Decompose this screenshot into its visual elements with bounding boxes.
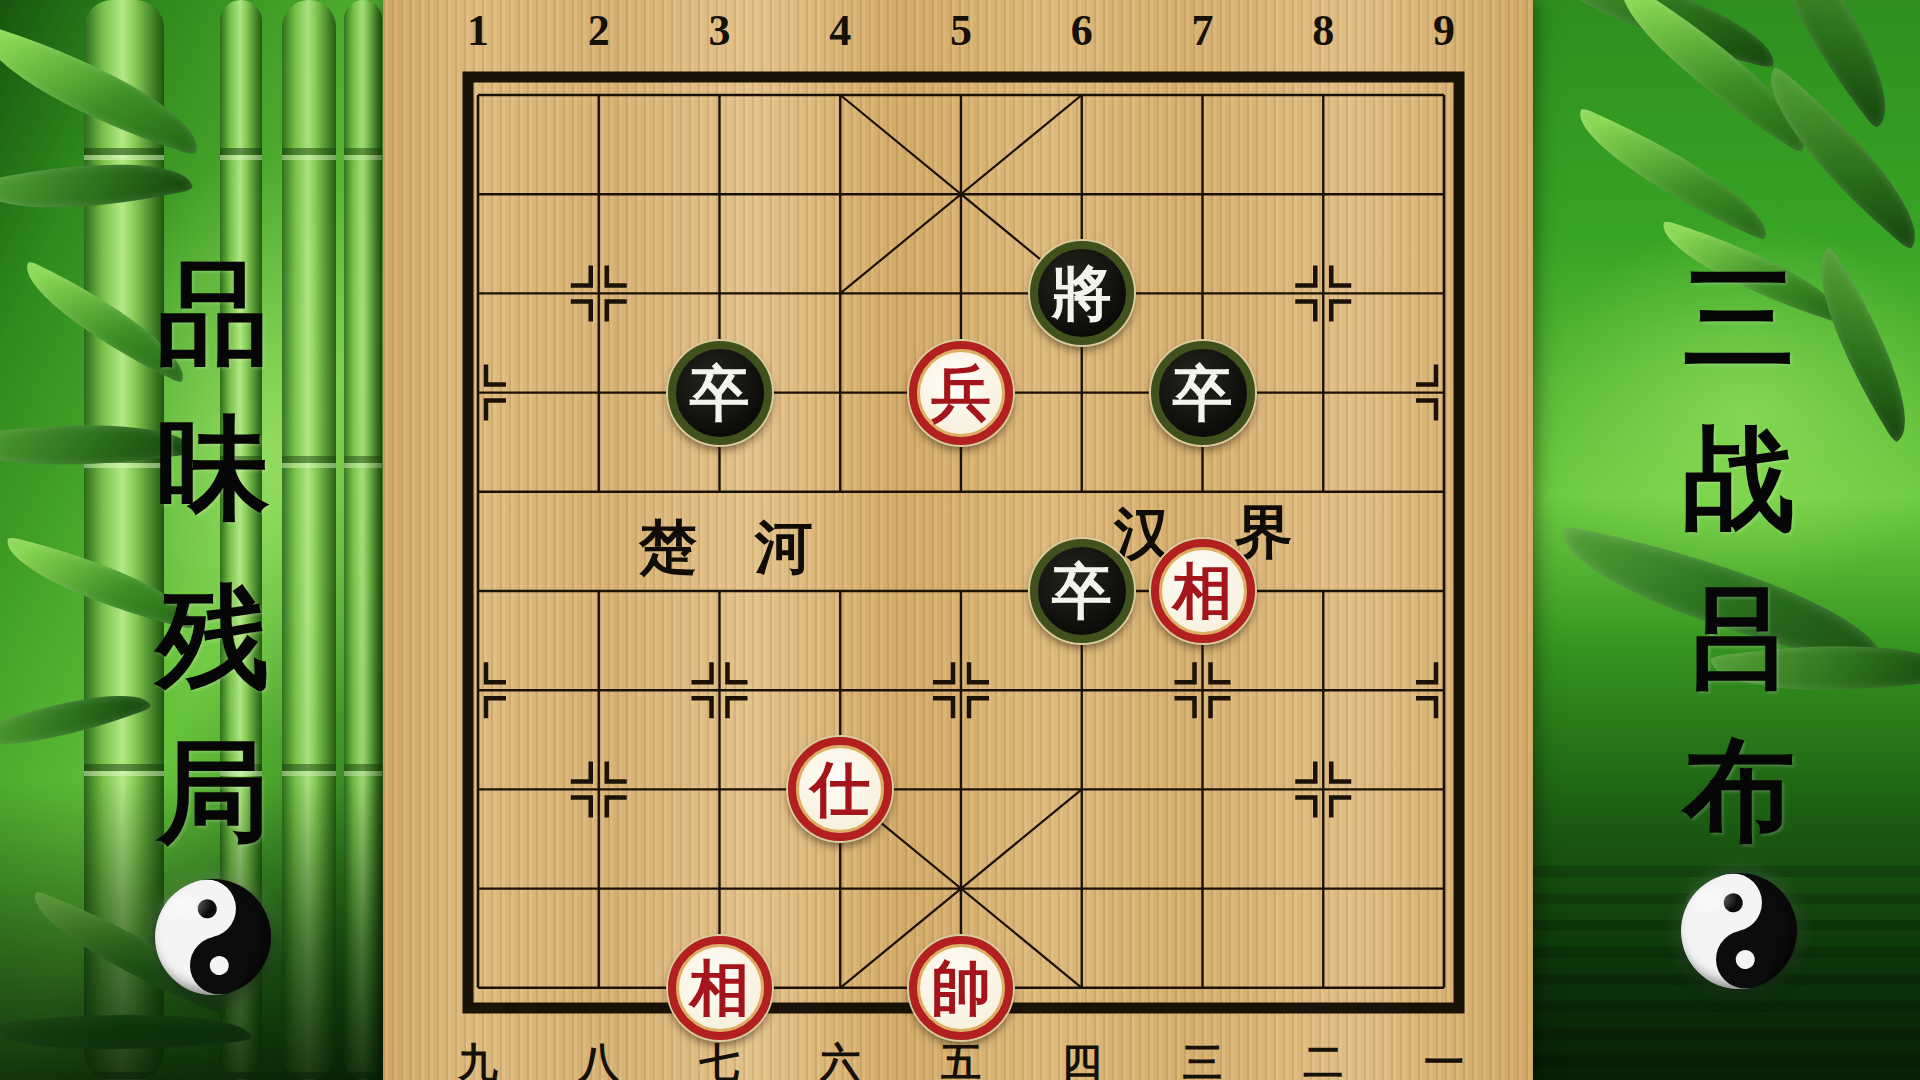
piece-red-advisor[interactable]: 仕 xyxy=(788,737,892,841)
position-marker xyxy=(486,698,506,718)
left-title-char: 味 xyxy=(157,412,269,524)
top-file-label: 3 xyxy=(709,5,731,56)
piece-glyph: 卒 xyxy=(690,363,750,423)
position-marker xyxy=(728,698,748,718)
top-file-label: 6 xyxy=(1071,5,1093,56)
position-marker xyxy=(692,662,712,682)
position-marker xyxy=(969,662,989,682)
bottom-file-label: 六 xyxy=(820,1035,860,1080)
piece-black-soldier[interactable]: 卒 xyxy=(1151,341,1255,445)
bottom-file-label: 七 xyxy=(700,1035,740,1080)
position-marker xyxy=(1211,662,1231,682)
piece-glyph: 帥 xyxy=(931,958,991,1018)
piece-black-soldier[interactable]: 卒 xyxy=(1030,539,1134,643)
piece-red-elephant[interactable]: 相 xyxy=(1151,539,1255,643)
piece-red-general[interactable]: 帥 xyxy=(909,936,1013,1040)
bottom-file-label: 九 xyxy=(458,1035,498,1080)
river-label-chu: 楚 xyxy=(639,509,697,587)
position-marker xyxy=(1295,761,1315,781)
bottom-file-label: 一 xyxy=(1424,1035,1464,1080)
right-title-char: 战 xyxy=(1683,422,1795,534)
top-file-label: 4 xyxy=(829,5,851,56)
piece-glyph: 相 xyxy=(690,958,750,1018)
position-marker xyxy=(1416,662,1436,682)
position-marker xyxy=(486,401,506,421)
position-marker xyxy=(571,301,591,321)
top-file-label: 5 xyxy=(950,5,972,56)
position-marker xyxy=(1416,698,1436,718)
position-marker xyxy=(1295,797,1315,817)
bottom-file-label: 三 xyxy=(1183,1035,1223,1080)
position-marker xyxy=(1295,301,1315,321)
board-outer-border xyxy=(468,77,1459,1008)
position-marker xyxy=(607,301,627,321)
bottom-file-label: 二 xyxy=(1303,1035,1343,1080)
position-marker xyxy=(1175,698,1195,718)
position-marker xyxy=(1211,698,1231,718)
position-marker xyxy=(1416,401,1436,421)
top-file-label: 1 xyxy=(467,5,489,56)
position-marker xyxy=(1416,365,1436,385)
xiangqi-board-grid[interactable] xyxy=(0,0,1920,1080)
top-file-label: 2 xyxy=(588,5,610,56)
top-file-label: 9 xyxy=(1433,5,1455,56)
right-title-char: 布 xyxy=(1683,734,1795,846)
position-marker xyxy=(607,797,627,817)
position-marker xyxy=(571,265,591,285)
river-label-he: 河 xyxy=(755,509,813,587)
position-marker xyxy=(1331,301,1351,321)
position-marker xyxy=(692,698,712,718)
bottom-file-label: 五 xyxy=(941,1035,981,1080)
position-marker xyxy=(1331,265,1351,285)
position-marker xyxy=(969,698,989,718)
position-marker xyxy=(1175,662,1195,682)
right-title-char: 三 xyxy=(1683,262,1795,374)
left-title-char: 局 xyxy=(157,736,269,848)
position-marker xyxy=(571,797,591,817)
position-marker xyxy=(933,662,953,682)
piece-red-soldier[interactable]: 兵 xyxy=(909,341,1013,445)
position-marker xyxy=(607,761,627,781)
position-marker xyxy=(1331,797,1351,817)
piece-black-soldier[interactable]: 卒 xyxy=(668,341,772,445)
top-file-label: 8 xyxy=(1312,5,1334,56)
position-marker xyxy=(486,365,506,385)
position-marker xyxy=(1295,265,1315,285)
piece-glyph: 卒 xyxy=(1173,363,1233,423)
piece-red-elephant[interactable]: 相 xyxy=(668,936,772,1040)
top-file-label: 7 xyxy=(1192,5,1214,56)
position-marker xyxy=(1331,761,1351,781)
piece-glyph: 兵 xyxy=(931,363,991,423)
position-marker xyxy=(728,662,748,682)
piece-glyph: 將 xyxy=(1052,263,1112,323)
piece-black-general[interactable]: 將 xyxy=(1030,241,1134,345)
xiangqi-app-screen: 123456789九八七六五四三二一 楚河汉界 將卒兵卒卒相仕相帥 品味残局 三… xyxy=(0,0,1920,1080)
right-title-char: 吕 xyxy=(1683,581,1795,693)
piece-glyph: 卒 xyxy=(1052,561,1112,621)
position-marker xyxy=(571,761,591,781)
position-marker xyxy=(607,265,627,285)
bottom-file-label: 四 xyxy=(1062,1035,1102,1080)
left-title-char: 品 xyxy=(157,257,269,369)
position-marker xyxy=(486,662,506,682)
left-title-char: 残 xyxy=(157,581,269,693)
bottom-file-label: 八 xyxy=(579,1035,619,1080)
piece-glyph: 相 xyxy=(1173,561,1233,621)
position-marker xyxy=(933,698,953,718)
piece-glyph: 仕 xyxy=(810,759,870,819)
